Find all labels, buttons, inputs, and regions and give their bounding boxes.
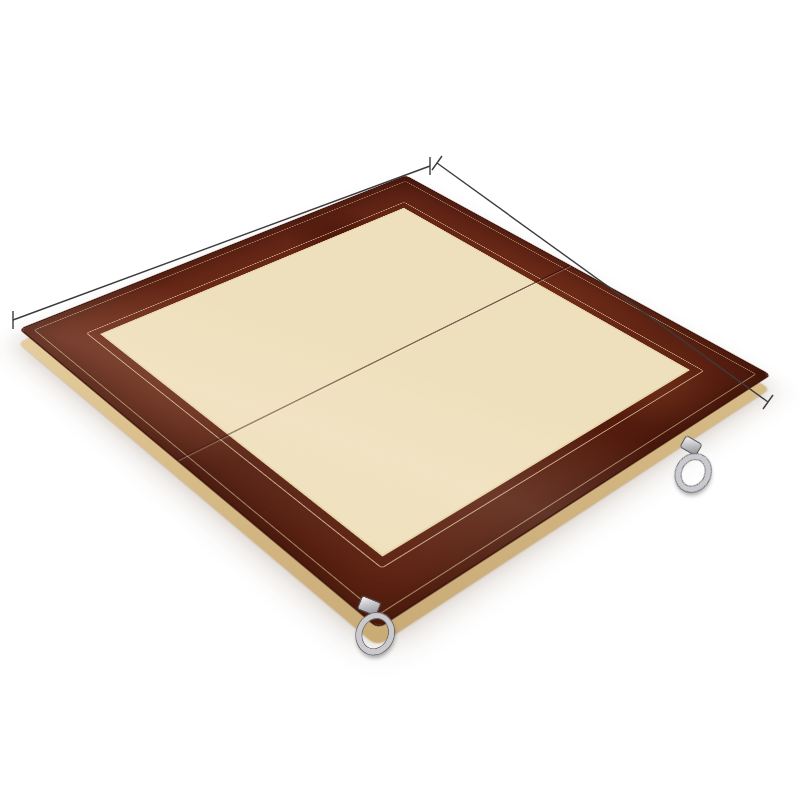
board-grid [100, 208, 690, 557]
dimension-tick [432, 156, 442, 170]
dimension-tick [763, 395, 773, 409]
clasp-ring [350, 607, 400, 660]
clasp-ring [669, 448, 718, 499]
board-3d [21, 176, 769, 627]
board-top-face [21, 176, 769, 627]
product-photo [0, 0, 800, 800]
